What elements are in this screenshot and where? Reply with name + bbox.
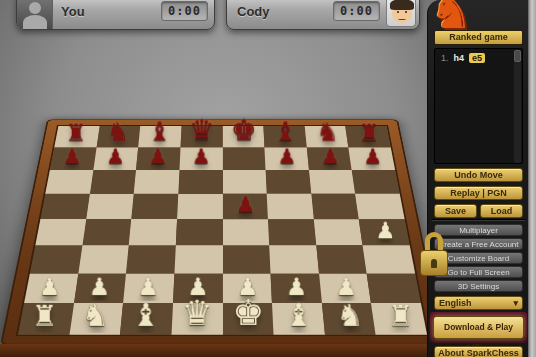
square-d4[interactable] xyxy=(176,219,223,246)
white-pawn[interactable]: ♟ xyxy=(74,275,123,299)
square-a1[interactable]: ♜ xyxy=(18,303,74,335)
move-black[interactable]: e5 xyxy=(469,53,485,63)
square-h8[interactable]: ♜ xyxy=(346,126,391,147)
sidebar: ♞ Ranked game 1. h4 e5 Undo Move Replay … xyxy=(427,0,528,357)
black-pawn[interactable]: ♟ xyxy=(137,146,180,167)
black-pawn[interactable]: ♟ xyxy=(351,146,394,167)
player-name-cody: Cody xyxy=(237,4,270,19)
white-pawn[interactable]: ♟ xyxy=(272,275,321,299)
black-rook[interactable]: ♜ xyxy=(55,121,97,145)
square-e7[interactable] xyxy=(223,147,266,170)
chess-scene: ♜♞♝♛♚♝♞♜♟♟♟♟♟♟♟♟♟♟♟♟♟♟♟♟♜♞♝♛♚♝♞♜ xyxy=(0,59,445,345)
black-knight[interactable]: ♞ xyxy=(306,119,348,144)
download-play-offline-button[interactable]: Download & Play Offline xyxy=(433,316,524,339)
divider xyxy=(432,219,525,221)
square-e8[interactable]: ♚ xyxy=(223,126,265,147)
load-button[interactable]: Load xyxy=(480,204,523,218)
square-g3[interactable] xyxy=(316,245,367,273)
square-b7[interactable]: ♟ xyxy=(93,147,138,170)
black-pawn[interactable]: ♟ xyxy=(51,146,94,167)
square-g6[interactable] xyxy=(309,170,356,194)
black-rook[interactable]: ♜ xyxy=(348,121,390,145)
white-knight[interactable]: ♞ xyxy=(70,300,121,331)
square-d2[interactable]: ♟ xyxy=(173,273,223,303)
square-c2[interactable]: ♟ xyxy=(123,273,174,303)
square-c8[interactable]: ♝ xyxy=(138,126,181,147)
black-bishop[interactable]: ♝ xyxy=(264,118,306,144)
square-f1[interactable]: ♝ xyxy=(272,303,325,335)
player-timer-cody: 0:00 xyxy=(333,1,380,21)
square-e3[interactable] xyxy=(223,245,271,273)
window-edge-strip xyxy=(528,0,536,357)
black-pawn[interactable]: ♟ xyxy=(308,146,351,167)
black-king[interactable]: ♚ xyxy=(223,115,265,144)
square-a6[interactable] xyxy=(45,170,93,194)
square-b6[interactable] xyxy=(90,170,137,194)
you-avatar-silhouette-icon xyxy=(17,0,53,29)
square-c1[interactable]: ♝ xyxy=(120,303,173,335)
replay-pgn-button[interactable]: Replay | PGN xyxy=(434,186,523,200)
square-h2[interactable] xyxy=(367,273,421,303)
square-a4[interactable] xyxy=(35,219,86,246)
white-pawn[interactable]: ♟ xyxy=(124,275,173,299)
move-row[interactable]: 1. h4 e5 xyxy=(435,49,522,63)
square-g8[interactable]: ♞ xyxy=(305,126,349,147)
download-promo-band: Download & Play Offline xyxy=(430,312,527,343)
save-button[interactable]: Save xyxy=(434,204,477,218)
square-g7[interactable]: ♟ xyxy=(307,147,352,170)
square-c3[interactable] xyxy=(126,245,176,273)
square-e1[interactable]: ♚ xyxy=(223,303,274,335)
square-c7[interactable]: ♟ xyxy=(136,147,180,170)
square-f8[interactable]: ♝ xyxy=(264,126,307,147)
square-h4[interactable]: ♟ xyxy=(359,219,410,246)
square-a2[interactable]: ♟ xyxy=(24,273,78,303)
square-b2[interactable]: ♟ xyxy=(74,273,126,303)
square-c6[interactable] xyxy=(134,170,179,194)
white-pawn[interactable]: ♟ xyxy=(321,275,370,299)
square-b4[interactable] xyxy=(82,219,131,246)
square-d5[interactable] xyxy=(177,194,223,219)
white-rook[interactable]: ♜ xyxy=(375,302,426,331)
black-pawn[interactable]: ♟ xyxy=(223,193,268,215)
language-value: English xyxy=(439,297,472,309)
white-knight[interactable]: ♞ xyxy=(324,300,375,331)
square-h7[interactable]: ♟ xyxy=(349,147,395,170)
board-grid: ♜♞♝♛♚♝♞♜♟♟♟♟♟♟♟♟♟♟♟♟♟♟♟♟♜♞♝♛♚♝♞♜ xyxy=(16,125,430,336)
square-d3[interactable] xyxy=(174,245,222,273)
square-e2[interactable]: ♟ xyxy=(223,273,273,303)
square-f3[interactable] xyxy=(269,245,319,273)
cody-avatar xyxy=(386,0,416,27)
player-plate-cody: Cody 0:00 xyxy=(226,0,420,30)
white-rook[interactable]: ♜ xyxy=(19,302,70,331)
square-f7[interactable]: ♟ xyxy=(265,147,309,170)
square-c5[interactable] xyxy=(131,194,178,219)
square-a3[interactable] xyxy=(30,245,82,273)
square-g4[interactable] xyxy=(314,219,363,246)
square-g2[interactable]: ♟ xyxy=(319,273,371,303)
square-a5[interactable] xyxy=(40,194,89,219)
white-pawn[interactable]: ♟ xyxy=(173,275,222,299)
lock-icon xyxy=(420,232,448,278)
square-b8[interactable]: ♞ xyxy=(96,126,140,147)
square-e6[interactable] xyxy=(223,170,267,194)
square-d1[interactable]: ♛ xyxy=(171,303,222,335)
black-queen[interactable]: ♛ xyxy=(181,116,223,144)
square-g1[interactable]: ♞ xyxy=(322,303,376,335)
square-f4[interactable] xyxy=(268,219,316,246)
black-knight[interactable]: ♞ xyxy=(97,119,139,144)
white-pawn[interactable]: ♟ xyxy=(362,219,409,242)
square-f6[interactable] xyxy=(266,170,311,194)
chess-board: ♜♞♝♛♚♝♞♜♟♟♟♟♟♟♟♟♟♟♟♟♟♟♟♟♜♞♝♛♚♝♞♜ xyxy=(0,119,445,345)
account-button-3d-settings[interactable]: 3D Settings xyxy=(434,280,523,292)
square-h1[interactable]: ♜ xyxy=(371,303,427,335)
square-b3[interactable] xyxy=(78,245,129,273)
black-pawn[interactable]: ♟ xyxy=(94,146,137,167)
square-f5[interactable] xyxy=(267,194,314,219)
square-b5[interactable] xyxy=(86,194,134,219)
white-pawn[interactable]: ♟ xyxy=(223,275,272,299)
white-bishop[interactable]: ♝ xyxy=(121,299,172,331)
white-pawn[interactable]: ♟ xyxy=(25,275,74,299)
white-bishop[interactable]: ♝ xyxy=(273,299,324,331)
square-c4[interactable] xyxy=(129,219,177,246)
square-e5[interactable]: ♟ xyxy=(223,194,269,219)
board-front-edge xyxy=(0,344,432,357)
square-d6[interactable] xyxy=(178,170,222,194)
chevron-down-icon: ▾ xyxy=(513,297,518,309)
square-g5[interactable] xyxy=(311,194,359,219)
black-bishop[interactable]: ♝ xyxy=(139,118,181,144)
square-d8[interactable]: ♛ xyxy=(180,126,222,147)
black-pawn[interactable]: ♟ xyxy=(265,146,308,167)
player-timer-you: 0:00 xyxy=(161,1,208,21)
square-a7[interactable]: ♟ xyxy=(50,147,96,170)
square-h3[interactable] xyxy=(363,245,415,273)
square-f2[interactable]: ♟ xyxy=(271,273,322,303)
sparkchess-knight-logo-icon[interactable]: ♞ xyxy=(430,0,473,36)
move-white[interactable]: h4 xyxy=(454,53,465,63)
player-name-you: You xyxy=(61,4,85,19)
square-b1[interactable]: ♞ xyxy=(69,303,123,335)
square-h5[interactable] xyxy=(355,194,404,219)
moves-scrollbar[interactable] xyxy=(514,50,521,163)
square-d7[interactable]: ♟ xyxy=(179,147,222,170)
black-pawn[interactable]: ♟ xyxy=(180,146,223,167)
square-h6[interactable] xyxy=(352,170,400,194)
move-number: 1. xyxy=(441,53,449,63)
square-e4[interactable] xyxy=(223,219,270,246)
about-sparkchess-button[interactable]: About SparkChess xyxy=(434,346,523,357)
square-a8[interactable]: ♜ xyxy=(54,126,99,147)
undo-move-button[interactable]: Undo Move xyxy=(434,168,523,182)
moves-scrollbar-thumb[interactable] xyxy=(514,50,521,62)
moves-list[interactable]: 1. h4 e5 xyxy=(434,48,523,164)
language-dropdown[interactable]: English ▾ xyxy=(434,296,523,310)
player-plate-you: You 0:00 xyxy=(16,0,215,30)
